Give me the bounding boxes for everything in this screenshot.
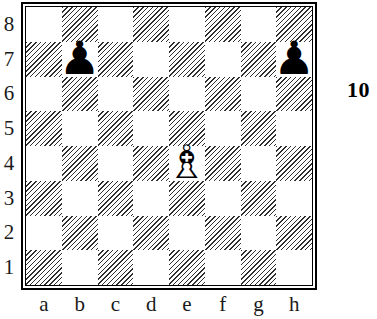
square-e2 (169, 216, 205, 251)
square-b2 (62, 216, 98, 251)
square-h4 (276, 146, 312, 181)
square-d4 (133, 146, 169, 181)
piece-black-pawn-b7: ♟ (59, 41, 100, 76)
square-a1 (26, 250, 62, 285)
square-c3 (98, 181, 134, 216)
rank-labels: 87654321 (0, 7, 18, 285)
square-h2 (276, 216, 312, 251)
square-e6 (169, 77, 205, 112)
square-b1 (62, 250, 98, 285)
square-e3 (169, 181, 205, 216)
board-grid: ♟♟♗ (26, 7, 312, 285)
square-e8 (169, 7, 205, 42)
square-g3 (241, 181, 277, 216)
file-label-d: d (133, 291, 169, 317)
square-g8 (241, 7, 277, 42)
piece-white-bishop-e4: ♗ (166, 145, 207, 180)
square-d5 (133, 111, 169, 146)
square-c4 (98, 146, 134, 181)
square-c7 (98, 42, 134, 77)
file-label-h: h (276, 291, 312, 317)
square-b6 (62, 77, 98, 112)
square-a5 (26, 111, 62, 146)
square-f4 (205, 146, 241, 181)
diagram-number: 10 (347, 77, 370, 103)
square-h7: ♟ (276, 42, 312, 77)
rank-label-5: 5 (0, 111, 18, 146)
chess-board: ♟♟♗ (21, 2, 317, 290)
square-g7 (241, 42, 277, 77)
rank-label-3: 3 (0, 181, 18, 216)
square-a2 (26, 216, 62, 251)
square-f5 (205, 111, 241, 146)
file-label-c: c (98, 291, 134, 317)
rank-label-7: 7 (0, 42, 18, 77)
square-d2 (133, 216, 169, 251)
square-c2 (98, 216, 134, 251)
square-h1 (276, 250, 312, 285)
rank-label-4: 4 (0, 146, 18, 181)
square-b3 (62, 181, 98, 216)
square-d1 (133, 250, 169, 285)
square-a3 (26, 181, 62, 216)
square-h5 (276, 111, 312, 146)
file-label-f: f (205, 291, 241, 317)
square-g4 (241, 146, 277, 181)
square-b4 (62, 146, 98, 181)
square-d8 (133, 7, 169, 42)
square-b7: ♟ (62, 42, 98, 77)
square-f6 (205, 77, 241, 112)
square-c1 (98, 250, 134, 285)
square-a7 (26, 42, 62, 77)
square-h3 (276, 181, 312, 216)
rank-label-2: 2 (0, 216, 18, 251)
square-a6 (26, 77, 62, 112)
square-f3 (205, 181, 241, 216)
square-a4 (26, 146, 62, 181)
square-g6 (241, 77, 277, 112)
square-c5 (98, 111, 134, 146)
square-b5 (62, 111, 98, 146)
square-d6 (133, 77, 169, 112)
square-h6 (276, 77, 312, 112)
square-e4: ♗ (169, 146, 205, 181)
chess-diagram-page: 87654321 ♟♟♗ abcdefgh 10 (0, 0, 377, 319)
square-c6 (98, 77, 134, 112)
rank-label-1: 1 (0, 250, 18, 285)
square-a8 (26, 7, 62, 42)
file-label-g: g (241, 291, 277, 317)
square-f1 (205, 250, 241, 285)
square-g5 (241, 111, 277, 146)
rank-label-8: 8 (0, 7, 18, 42)
square-c8 (98, 7, 134, 42)
file-label-a: a (26, 291, 62, 317)
square-h8 (276, 7, 312, 42)
square-f7 (205, 42, 241, 77)
square-e5 (169, 111, 205, 146)
square-f8 (205, 7, 241, 42)
board-inner-border: ♟♟♗ (25, 6, 313, 286)
file-label-e: e (169, 291, 205, 317)
file-label-b: b (62, 291, 98, 317)
square-d3 (133, 181, 169, 216)
file-labels: abcdefgh (26, 291, 312, 317)
square-e1 (169, 250, 205, 285)
square-g1 (241, 250, 277, 285)
piece-black-pawn-h7: ♟ (274, 41, 315, 76)
square-d7 (133, 42, 169, 77)
square-e7 (169, 42, 205, 77)
square-f2 (205, 216, 241, 251)
square-g2 (241, 216, 277, 251)
rank-label-6: 6 (0, 77, 18, 112)
square-b8 (62, 7, 98, 42)
